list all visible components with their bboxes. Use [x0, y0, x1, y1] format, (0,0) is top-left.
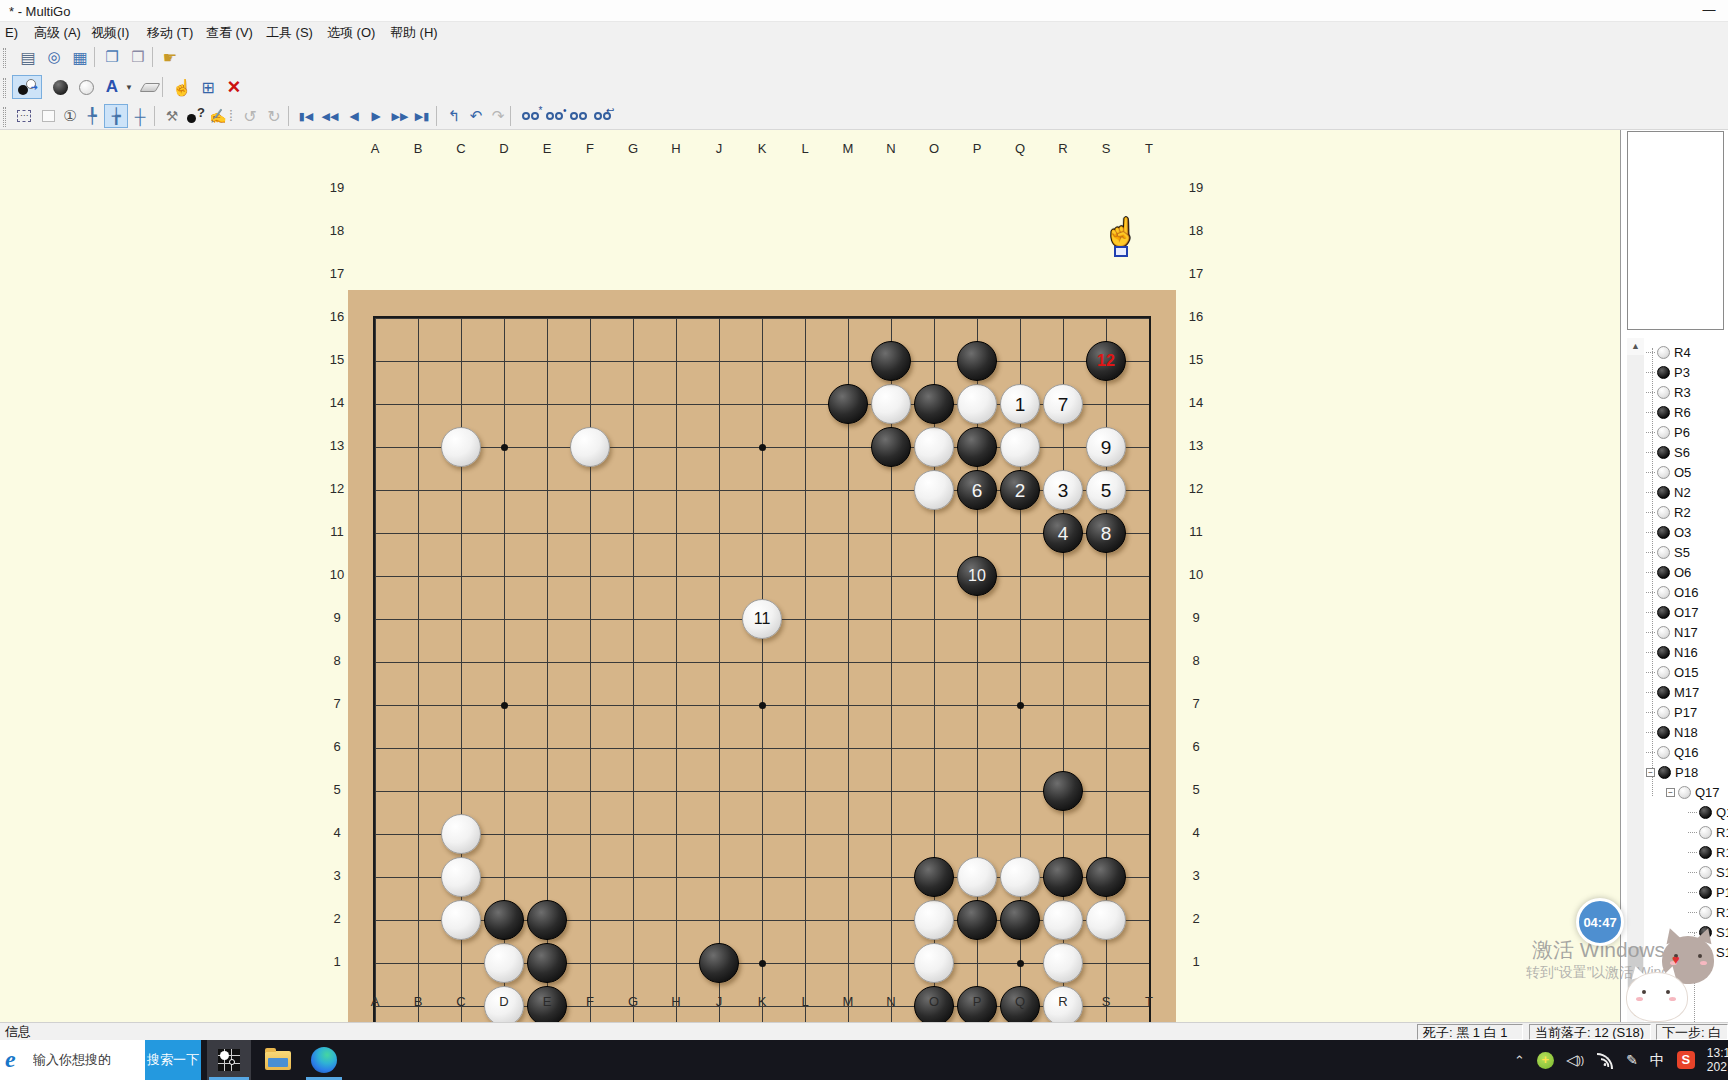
menu-item-4[interactable]: 查看 (V): [203, 24, 256, 42]
stone-white-Q6[interactable]: [1000, 857, 1040, 897]
print-preview-button-icon: ◎: [47, 48, 60, 66]
tree-item-R15[interactable]: R15: [1688, 822, 1728, 842]
tree-item-R17[interactable]: R17: [1688, 902, 1728, 922]
toolbar-separator: [162, 77, 163, 97]
back-10-button[interactable]: ◀◀: [318, 104, 342, 128]
black-stone-icon: [1657, 566, 1670, 579]
volume-icon[interactable]: ◁)): [1566, 1051, 1584, 1069]
col-label-A-top: A: [360, 141, 390, 156]
row-label-16-right: 16: [1181, 309, 1211, 324]
tree-item-P15[interactable]: P15: [1688, 882, 1728, 902]
tree-connector: [1646, 512, 1655, 513]
tree-connector: [1688, 812, 1697, 813]
find-button-icon: [570, 112, 587, 120]
tree-item-N16[interactable]: N16: [1646, 642, 1698, 662]
wifi-icon[interactable]: [1596, 1053, 1614, 1067]
tree-connector: [1646, 472, 1655, 473]
stone-black-Q15[interactable]: 2: [1000, 470, 1040, 510]
white-stone-icon: [1657, 586, 1670, 599]
menu-item-7[interactable]: 帮助 (H): [387, 24, 441, 42]
copy-button-icon: ❐: [105, 48, 118, 66]
stone-black-M17[interactable]: [828, 384, 868, 424]
windows-taskbar: e 输入你想搜的 搜索一下 ⌃ + ◁)): [0, 1040, 1728, 1080]
forward-button[interactable]: ▶: [364, 104, 388, 128]
tree-move-label: R6: [1674, 405, 1691, 420]
stone-black-S18[interactable]: 12: [1086, 341, 1126, 381]
last-move-button-icon: ▶▮: [415, 110, 430, 123]
white-stone-icon: [1657, 466, 1670, 479]
tree-move-label: P15: [1716, 885, 1728, 900]
black-stone-icon: [1657, 406, 1670, 419]
row-label-17-left: 17: [322, 266, 352, 281]
col-label-T-bottom: T: [1134, 994, 1164, 1009]
tree-connector: [1646, 492, 1655, 493]
tree-move-label: S6: [1674, 445, 1690, 460]
tree-item-S5[interactable]: S5: [1646, 542, 1690, 562]
stone-black-N16[interactable]: [871, 427, 911, 467]
tree-item-P3[interactable]: P3: [1646, 362, 1690, 382]
tree-move-label: O15: [1674, 665, 1699, 680]
col-label-F-top: F: [575, 141, 605, 156]
right-panel: ▲ ▼ R4P3R3R6P6S6O5N2R2O3S5O6O16O17N17N16…: [1621, 130, 1728, 1022]
tree-layout-button[interactable]: ┼: [128, 104, 152, 128]
stone-white-C7[interactable]: [441, 814, 481, 854]
col-label-B-top: B: [403, 141, 433, 156]
stone-white-R15[interactable]: 3: [1043, 470, 1083, 510]
tree-mode-button-icon: ╆: [111, 107, 120, 125]
tree-move-label: N16: [1674, 645, 1698, 660]
stone-white-R17[interactable]: 7: [1043, 384, 1083, 424]
tree-item-N18[interactable]: N18: [1646, 722, 1698, 742]
stone-black-O6[interactable]: [914, 857, 954, 897]
col-label-P-bottom: P: [962, 994, 992, 1009]
tray-antivirus-icon[interactable]: +: [1537, 1052, 1554, 1069]
heart-icon: ♥: [1672, 952, 1680, 967]
minimize-button[interactable]: —: [1698, 2, 1720, 20]
col-label-S-top: S: [1091, 141, 1121, 156]
tree-connector: [1646, 652, 1655, 653]
move-number-8: 8: [1101, 524, 1112, 543]
col-label-J-bottom: J: [704, 994, 734, 1009]
tree-connector: [1646, 592, 1655, 593]
scroll-up-button[interactable]: ▲: [1627, 338, 1644, 355]
new-variation-button[interactable]: ⊞: [196, 75, 220, 99]
stone-black-E4[interactable]: [527, 943, 567, 983]
row-label-15-left: 15: [322, 352, 352, 367]
tree-move-label: O3: [1674, 525, 1691, 540]
window-title: * - MultiGo: [9, 4, 70, 19]
row-label-3-right: 3: [1181, 868, 1211, 883]
tree-item-P6[interactable]: P6: [1646, 422, 1690, 442]
menu-item-6[interactable]: 选项 (O): [324, 24, 378, 42]
black-stone-icon: [1657, 686, 1670, 699]
stone-black-E5[interactable]: [527, 900, 567, 940]
label-tool-icon: A: [106, 77, 118, 97]
tree-item-P18[interactable]: −P18: [1646, 762, 1698, 782]
guess-move-button[interactable]: ?: [184, 104, 208, 128]
stone-white-S15[interactable]: 5: [1086, 470, 1126, 510]
stone-black-N18[interactable]: [871, 341, 911, 381]
mouse-hand-cursor: ☝: [1104, 216, 1138, 248]
col-label-F-bottom: F: [575, 994, 605, 1009]
row-label-5-left: 5: [322, 782, 352, 797]
menu-item-3[interactable]: 移动 (T): [144, 24, 196, 42]
stone-white-N17[interactable]: [871, 384, 911, 424]
white-stone-icon: [1657, 706, 1670, 719]
row-label-12-right: 12: [1181, 481, 1211, 496]
tree-item-Q15[interactable]: Q15: [1688, 802, 1728, 822]
black-stone-tool[interactable]: [48, 75, 72, 99]
tree-item-R3[interactable]: R3: [1646, 382, 1691, 402]
tree-item-R4[interactable]: R4: [1646, 342, 1691, 362]
tree-item-N17[interactable]: N17: [1646, 622, 1698, 642]
menu-item-5[interactable]: 工具 (S): [263, 24, 316, 42]
tree-mode-button[interactable]: ╆: [104, 104, 128, 128]
star-point-Q4: [1017, 960, 1024, 967]
play-mode-button[interactable]: ➜: [12, 75, 42, 99]
search-go-button[interactable]: 搜索一下: [145, 1040, 201, 1080]
star-point-K16: [759, 444, 766, 451]
tree-connector: [1646, 752, 1655, 753]
row-label-1-right: 1: [1181, 954, 1211, 969]
toolbar-separator: [152, 47, 153, 67]
stone-black-P5[interactable]: [957, 900, 997, 940]
ie-icon: e: [5, 1049, 27, 1071]
tree-move-label: N2: [1674, 485, 1691, 500]
col-label-T-top: T: [1134, 141, 1164, 156]
status-dead-stones: 死子: 黑 1 白 1: [1417, 1024, 1523, 1040]
row-label-19-right: 19: [1181, 180, 1211, 195]
properties-button-icon: ☛: [163, 48, 177, 67]
tree-connector: [1688, 852, 1697, 853]
prev-variation-button[interactable]: ↶: [464, 104, 488, 128]
move-number-11: 11: [754, 611, 771, 627]
stone-white-O15[interactable]: [914, 470, 954, 510]
export-image-button[interactable]: ▦: [68, 45, 92, 69]
taskbar-explorer-icon[interactable]: [256, 1040, 300, 1080]
row-label-14-right: 14: [1181, 395, 1211, 410]
forward-10-button-icon: ▶▶: [392, 110, 409, 123]
stone-black-P16[interactable]: [957, 427, 997, 467]
col-label-H-bottom: H: [661, 994, 691, 1009]
stone-black-S6[interactable]: [1086, 857, 1126, 897]
ime-indicator[interactable]: 中: [1650, 1051, 1665, 1070]
expander-icon[interactable]: −: [1666, 788, 1675, 797]
find-point-button-icon: •: [546, 112, 563, 120]
row-label-9-right: 9: [1181, 610, 1211, 625]
stone-white-Q16[interactable]: [1000, 427, 1040, 467]
delete-button[interactable]: ×: [222, 75, 246, 99]
move-number-9: 9: [1101, 438, 1112, 457]
rotate-left-button[interactable]: ↺: [238, 104, 262, 128]
tree-connector: [1688, 912, 1697, 913]
stone-black-D5[interactable]: [484, 900, 524, 940]
stone-white-C5[interactable]: [441, 900, 481, 940]
tree-move-label: R14: [1716, 845, 1728, 860]
board-client-area: 123456789101112 AABBCCDDEEFFGGHHJJKKLLMM…: [0, 130, 1620, 1022]
tree-connector: [1646, 532, 1655, 533]
stone-white-O5[interactable]: [914, 900, 954, 940]
tree-item-R14[interactable]: R14: [1688, 842, 1728, 862]
tree-move-label: Q17: [1695, 785, 1720, 800]
pan-tool-icon: ☝: [172, 78, 192, 97]
copy-button[interactable]: ❐: [100, 45, 124, 69]
col-label-L-top: L: [790, 141, 820, 156]
last-move-button[interactable]: ▶▮: [410, 104, 434, 128]
white-stone-icon: [1699, 906, 1712, 919]
stone-white-S16[interactable]: 9: [1086, 427, 1126, 467]
star-point-K10: [759, 702, 766, 709]
col-label-D-bottom: D: [489, 994, 519, 1009]
tree-collapse-button[interactable]: ╄: [80, 104, 104, 128]
black-stone-icon: [1699, 806, 1712, 819]
play-mode-button-icon: ➜: [18, 79, 36, 95]
row-label-18-left: 18: [322, 223, 352, 238]
row-label-15-right: 15: [1181, 352, 1211, 367]
new-variation-button-icon: ⊞: [201, 78, 214, 97]
stone-white-R4[interactable]: [1043, 943, 1083, 983]
stone-white-O4[interactable]: [914, 943, 954, 983]
find-button[interactable]: [566, 104, 590, 128]
stone-white-C6[interactable]: [441, 857, 481, 897]
stone-black-Q5[interactable]: [1000, 900, 1040, 940]
tree-move-label: R3: [1674, 385, 1691, 400]
menu-item-0[interactable]: E): [2, 24, 21, 42]
tree-item-Q16[interactable]: Q16: [1646, 742, 1699, 762]
tree-item-M17[interactable]: M17: [1646, 682, 1699, 702]
goban[interactable]: 123456789101112: [348, 290, 1176, 1080]
menu-bar: E)高级 (A)视频(I)移动 (T)查看 (V)工具 (S)选项 (O)帮助 …: [0, 22, 1728, 44]
find-next-button[interactable]: ↩: [590, 104, 614, 128]
stone-black-J4[interactable]: [699, 943, 739, 983]
tree-item-O6[interactable]: O6: [1646, 562, 1691, 582]
black-stone-icon: [1657, 366, 1670, 379]
pan-tool[interactable]: ☝: [170, 75, 194, 99]
row-label-4-left: 4: [322, 825, 352, 840]
black-stone-icon: [1657, 446, 1670, 459]
tree-connector: [1646, 672, 1655, 673]
tree-scrollbar[interactable]: ▲ ▼: [1627, 338, 1644, 1022]
tree-connector: [1646, 612, 1655, 613]
tree-item-R6[interactable]: R6: [1646, 402, 1691, 422]
stone-black-S14[interactable]: 8: [1086, 513, 1126, 553]
tree-connector: [1646, 352, 1655, 353]
row-label-2-right: 2: [1181, 911, 1211, 926]
stone-white-P17[interactable]: [957, 384, 997, 424]
paste-button-icon: ❒: [131, 48, 144, 66]
back-button[interactable]: ◀: [342, 104, 366, 128]
stone-black-P18[interactable]: [957, 341, 997, 381]
move-number-3: 3: [1058, 481, 1069, 500]
print-button[interactable]: ▤: [16, 45, 40, 69]
stone-black-O17[interactable]: [914, 384, 954, 424]
goban-icon: [218, 1049, 240, 1071]
stone-white-Q17[interactable]: 1: [1000, 384, 1040, 424]
forward-10-button[interactable]: ▶▶: [388, 104, 412, 128]
tree-move-label: R15: [1716, 825, 1728, 840]
tree-move-label: P18: [1675, 765, 1698, 780]
tree-item-O16[interactable]: O16: [1646, 582, 1699, 602]
status-bar: 信息 死子: 黑 1 白 1 当前落子: 12 (S18) 下一步: 白: [0, 1022, 1728, 1040]
col-label-E-bottom: E: [532, 994, 562, 1009]
tree-connector: [1646, 552, 1655, 553]
col-label-H-top: H: [661, 141, 691, 156]
taskbar-search-box[interactable]: e 输入你想搜的: [0, 1040, 145, 1080]
col-label-D-top: D: [489, 141, 519, 156]
tree-move-label: O5: [1674, 465, 1691, 480]
back-10-button-icon: ◀◀: [322, 110, 339, 123]
row-label-14-left: 14: [322, 395, 352, 410]
label-dropdown[interactable]: ▼: [122, 75, 136, 99]
find-new-button[interactable]: *: [518, 104, 542, 128]
sogou-icon[interactable]: S: [1677, 1051, 1695, 1069]
row-label-10-left: 10: [322, 567, 352, 582]
next-variation-button[interactable]: ↷: [486, 104, 510, 128]
label-tool[interactable]: A: [100, 75, 124, 99]
tree-item-P17[interactable]: P17: [1646, 702, 1697, 722]
star-point-D10: [501, 702, 508, 709]
up-variation-button[interactable]: ↰: [442, 104, 466, 128]
tree-connector: [1646, 452, 1655, 453]
col-label-N-bottom: N: [876, 994, 906, 1009]
col-label-O-top: O: [919, 141, 949, 156]
move-number-12: 12: [1097, 353, 1115, 369]
stone-black-P15[interactable]: 6: [957, 470, 997, 510]
row-label-2-left: 2: [322, 911, 352, 926]
col-label-N-top: N: [876, 141, 906, 156]
properties-button[interactable]: ☛: [158, 45, 182, 69]
taskbar-edge-icon[interactable]: [302, 1040, 346, 1080]
tray-chevron-icon[interactable]: ⌃: [1514, 1053, 1525, 1068]
print-preview-button[interactable]: ◎: [42, 45, 66, 69]
tree-item-S6[interactable]: S6: [1646, 442, 1690, 462]
tree-move-label: P17: [1674, 705, 1697, 720]
delete-button-icon: ×: [228, 74, 241, 100]
toolbar-grip-icon: ⁞: [229, 108, 233, 124]
stone-white-K12[interactable]: 11: [742, 599, 782, 639]
edit-comment-button-icon: ✍: [209, 108, 226, 124]
col-label-R-bottom: R: [1048, 994, 1078, 1009]
tools-button[interactable]: ⚒: [160, 104, 184, 128]
row-label-12-left: 12: [322, 481, 352, 496]
col-label-E-top: E: [532, 141, 562, 156]
star-point-Q10: [1017, 702, 1024, 709]
col-label-A-bottom: A: [360, 994, 390, 1009]
row-label-11-left: 11: [322, 524, 352, 539]
white-stone-icon: [1657, 626, 1670, 639]
tree-item-O15[interactable]: O15: [1646, 662, 1699, 682]
row-label-1-left: 1: [322, 954, 352, 969]
col-label-Q-top: Q: [1005, 141, 1035, 156]
menu-item-1[interactable]: 高级 (A): [31, 24, 84, 42]
paste-button[interactable]: ❒: [126, 45, 150, 69]
col-label-J-top: J: [704, 141, 734, 156]
move-number-toggle[interactable]: ①: [58, 104, 82, 128]
tree-item-Q17[interactable]: −Q17: [1666, 782, 1720, 802]
toolbar-navigate: ⋯①╄╆┼⚒?✍⁞↺↻▮◀◀◀◀▶▶▶▶▮↰↶↷*•↩: [0, 103, 1728, 130]
col-label-K-bottom: K: [747, 994, 777, 1009]
stone-white-O16[interactable]: [914, 427, 954, 467]
first-move-button[interactable]: ▮◀: [294, 104, 318, 128]
col-label-C-bottom: C: [446, 994, 476, 1009]
black-stone-icon: [1657, 726, 1670, 739]
find-point-button[interactable]: •: [542, 104, 566, 128]
tree-move-label: O6: [1674, 565, 1691, 580]
col-label-Q-bottom: Q: [1005, 994, 1035, 1009]
tree-move-label: O16: [1674, 585, 1699, 600]
taskbar-multigo-icon[interactable]: [207, 1040, 251, 1080]
tree-move-label: M17: [1674, 685, 1699, 700]
tree-move-label: N18: [1674, 725, 1698, 740]
cat-sticker: [1612, 928, 1728, 1025]
col-label-B-bottom: B: [403, 994, 433, 1009]
black-stone-icon: [1657, 526, 1670, 539]
menu-item-2[interactable]: 视频(I): [88, 24, 132, 42]
tree-move-label: Q15: [1716, 805, 1728, 820]
stone-white-R5[interactable]: [1043, 900, 1083, 940]
stone-black-R8[interactable]: [1043, 771, 1083, 811]
tree-item-O17[interactable]: O17: [1646, 602, 1699, 622]
tree-item-O5[interactable]: O5: [1646, 462, 1691, 482]
tree-connector: [1646, 732, 1655, 733]
expander-icon[interactable]: −: [1646, 768, 1655, 777]
move-number-10: 10: [968, 568, 986, 584]
white-stone-tool[interactable]: [74, 75, 98, 99]
edge-icon: [311, 1047, 337, 1073]
tree-item-O3[interactable]: O3: [1646, 522, 1691, 542]
row-label-18-right: 18: [1181, 223, 1211, 238]
tree-item-R2[interactable]: R2: [1646, 502, 1691, 522]
white-stone-icon: [1657, 506, 1670, 519]
status-current-move: 当前落子: 12 (S18): [1529, 1024, 1651, 1040]
col-label-K-top: K: [747, 141, 777, 156]
eraser-tool[interactable]: [138, 75, 162, 99]
tray-clock[interactable]: 13:1202: [1707, 1046, 1728, 1074]
row-label-10-right: 10: [1181, 567, 1211, 582]
find-new-button-icon: *: [522, 112, 539, 120]
tree-collapse-button-icon: ╄: [87, 107, 96, 125]
stone-black-R6[interactable]: [1043, 857, 1083, 897]
select-box-tool[interactable]: ⋯: [12, 104, 36, 128]
col-label-G-bottom: G: [618, 994, 648, 1009]
tree-connector: [1646, 412, 1655, 413]
row-label-5-right: 5: [1181, 782, 1211, 797]
tree-move-label: N17: [1674, 625, 1698, 640]
tree-item-N2[interactable]: N2: [1646, 482, 1691, 502]
white-stone-icon: [1657, 546, 1670, 559]
rotate-right-button[interactable]: ↻: [262, 104, 286, 128]
stone-white-P6[interactable]: [957, 857, 997, 897]
stone-white-F16[interactable]: [570, 427, 610, 467]
multigo-window: * - MultiGo — E)高级 (A)视频(I)移动 (T)查看 (V)工…: [0, 0, 1728, 1080]
stone-white-D4[interactable]: [484, 943, 524, 983]
back-button-icon: ◀: [349, 109, 358, 123]
guess-move-button-icon: ?: [187, 108, 205, 124]
empty-box-tool[interactable]: [36, 104, 60, 128]
stone-white-C16[interactable]: [441, 427, 481, 467]
tree-item-S15[interactable]: S15: [1688, 862, 1728, 882]
row-label-4-right: 4: [1181, 825, 1211, 840]
pen-icon[interactable]: ✎: [1626, 1052, 1638, 1068]
prev-variation-button-icon: ↶: [470, 107, 483, 125]
stone-placement-indicator: [1114, 246, 1128, 257]
find-next-button-icon: ↩: [594, 112, 611, 120]
stone-black-R14[interactable]: 4: [1043, 513, 1083, 553]
stone-white-S5[interactable]: [1086, 900, 1126, 940]
stone-black-P13[interactable]: 10: [957, 556, 997, 596]
toolbar-grip[interactable]: ⁞: [226, 104, 236, 128]
black-stone-icon: [1699, 886, 1712, 899]
